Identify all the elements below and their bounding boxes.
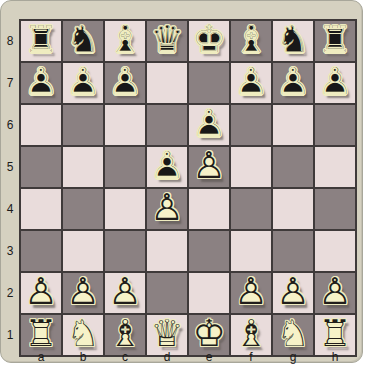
piece-line-glyph: ♘	[273, 314, 313, 354]
square-d7[interactable]	[147, 63, 187, 103]
piece-white-king-e1[interactable]: ♚♔	[189, 315, 229, 355]
chess-board: ♜♖♞♘♝♗♛♕♚♔♝♗♞♘♜♖♟♙♟♙♟♙♟♙♟♙♟♙♟♙♟♙♟♙♟♙♟♙♟♙…	[19, 19, 357, 357]
square-h2[interactable]: ♟♙	[315, 273, 355, 313]
file-label-f: f	[231, 350, 271, 364]
square-b3[interactable]	[63, 231, 103, 271]
piece-line-glyph: ♖	[21, 314, 61, 354]
square-h5[interactable]	[315, 147, 355, 187]
piece-white-pawn-b2[interactable]: ♟♙	[63, 273, 103, 313]
piece-line-glyph: ♕	[147, 314, 187, 354]
square-b6[interactable]	[63, 105, 103, 145]
rank-label-8: 8	[2, 21, 18, 61]
piece-white-rook-h1[interactable]: ♜♖	[315, 315, 355, 355]
rank-label-7: 7	[2, 63, 18, 103]
square-a1[interactable]: ♜♖	[21, 315, 61, 355]
square-g3[interactable]	[273, 231, 313, 271]
piece-black-rook-a8[interactable]: ♜♖	[21, 21, 61, 61]
piece-black-pawn-a7[interactable]: ♟♙	[21, 63, 61, 103]
piece-black-pawn-f7[interactable]: ♟♙	[231, 63, 271, 103]
square-d3[interactable]	[147, 231, 187, 271]
piece-white-pawn-d4[interactable]: ♟♙	[147, 189, 187, 229]
piece-black-pawn-h7[interactable]: ♟♙	[315, 63, 355, 103]
piece-line-glyph: ♙	[231, 62, 271, 102]
piece-white-knight-b1[interactable]: ♞♘	[63, 315, 103, 355]
piece-white-pawn-c2[interactable]: ♟♙	[105, 273, 145, 313]
piece-line-glyph: ♙	[147, 188, 187, 228]
square-d8[interactable]: ♛♕	[147, 21, 187, 61]
rank-label-4: 4	[2, 189, 18, 229]
square-b2[interactable]: ♟♙	[63, 273, 103, 313]
file-label-e: e	[189, 350, 229, 364]
square-e7[interactable]	[189, 63, 229, 103]
piece-black-pawn-e6[interactable]: ♟♙	[189, 105, 229, 145]
board-panel: 87654321 ♜♖♞♘♝♗♛♕♚♔♝♗♞♘♜♖♟♙♟♙♟♙♟♙♟♙♟♙♟♙♟…	[0, 0, 363, 363]
rank-label-5: 5	[2, 147, 18, 187]
file-label-b: b	[63, 350, 103, 364]
square-b1[interactable]: ♞♘	[63, 315, 103, 355]
square-e4[interactable]	[189, 189, 229, 229]
square-b5[interactable]	[63, 147, 103, 187]
file-label-c: c	[105, 350, 145, 364]
square-d1[interactable]: ♛♕	[147, 315, 187, 355]
square-a4[interactable]	[21, 189, 61, 229]
square-c5[interactable]	[105, 147, 145, 187]
square-c6[interactable]	[105, 105, 145, 145]
piece-line-glyph: ♔	[189, 20, 229, 60]
piece-line-glyph: ♙	[21, 272, 61, 312]
piece-black-king-e8[interactable]: ♚♔	[189, 21, 229, 61]
square-f7[interactable]: ♟♙	[231, 63, 271, 103]
piece-line-glyph: ♗	[231, 314, 271, 354]
piece-white-knight-g1[interactable]: ♞♘	[273, 315, 313, 355]
piece-white-pawn-e5[interactable]: ♟♙	[189, 147, 229, 187]
piece-line-glyph: ♙	[63, 62, 103, 102]
square-b4[interactable]	[63, 189, 103, 229]
square-h3[interactable]	[315, 231, 355, 271]
piece-white-pawn-h2[interactable]: ♟♙	[315, 273, 355, 313]
rank-labels: 87654321	[2, 21, 18, 357]
square-c4[interactable]	[105, 189, 145, 229]
square-c7[interactable]: ♟♙	[105, 63, 145, 103]
square-a3[interactable]	[21, 231, 61, 271]
square-b8[interactable]: ♞♘	[63, 21, 103, 61]
piece-line-glyph: ♘	[63, 20, 103, 60]
square-g4[interactable]	[273, 189, 313, 229]
square-e3[interactable]	[189, 231, 229, 271]
file-label-h: h	[315, 350, 355, 364]
square-f6[interactable]	[231, 105, 271, 145]
piece-line-glyph: ♙	[147, 146, 187, 186]
square-c1[interactable]: ♝♗	[105, 315, 145, 355]
square-f8[interactable]: ♝♗	[231, 21, 271, 61]
rank-label-3: 3	[2, 231, 18, 271]
square-a5[interactable]	[21, 147, 61, 187]
piece-line-glyph: ♗	[231, 20, 271, 60]
square-g1[interactable]: ♞♘	[273, 315, 313, 355]
piece-black-bishop-f8[interactable]: ♝♗	[231, 21, 271, 61]
square-f3[interactable]	[231, 231, 271, 271]
piece-black-bishop-c8[interactable]: ♝♗	[105, 21, 145, 61]
piece-line-glyph: ♖	[315, 20, 355, 60]
square-d5[interactable]: ♟♙	[147, 147, 187, 187]
square-a7[interactable]: ♟♙	[21, 63, 61, 103]
square-g8[interactable]: ♞♘	[273, 21, 313, 61]
square-h6[interactable]	[315, 105, 355, 145]
square-e2[interactable]	[189, 273, 229, 313]
square-a2[interactable]: ♟♙	[21, 273, 61, 313]
piece-line-glyph: ♙	[315, 272, 355, 312]
square-c8[interactable]: ♝♗	[105, 21, 145, 61]
piece-line-glyph: ♙	[21, 62, 61, 102]
piece-line-glyph: ♙	[189, 104, 229, 144]
piece-black-pawn-d5[interactable]: ♟♙	[147, 147, 187, 187]
square-e6[interactable]: ♟♙	[189, 105, 229, 145]
square-d6[interactable]	[147, 105, 187, 145]
piece-line-glyph: ♙	[105, 62, 145, 102]
file-label-a: a	[21, 350, 61, 364]
piece-black-pawn-g7[interactable]: ♟♙	[273, 63, 313, 103]
piece-white-bishop-c1[interactable]: ♝♗	[105, 315, 145, 355]
piece-line-glyph: ♘	[273, 20, 313, 60]
square-g7[interactable]: ♟♙	[273, 63, 313, 103]
piece-line-glyph: ♙	[63, 272, 103, 312]
square-h4[interactable]	[315, 189, 355, 229]
piece-line-glyph: ♙	[315, 62, 355, 102]
square-g6[interactable]	[273, 105, 313, 145]
square-e8[interactable]: ♚♔	[189, 21, 229, 61]
square-b7[interactable]: ♟♙	[63, 63, 103, 103]
piece-white-queen-d1[interactable]: ♛♕	[147, 315, 187, 355]
square-g5[interactable]	[273, 147, 313, 187]
square-f1[interactable]: ♝♗	[231, 315, 271, 355]
square-a8[interactable]: ♜♖	[21, 21, 61, 61]
piece-line-glyph: ♕	[147, 20, 187, 60]
piece-line-glyph: ♙	[105, 272, 145, 312]
square-e1[interactable]: ♚♔	[189, 315, 229, 355]
square-e5[interactable]: ♟♙	[189, 147, 229, 187]
square-h1[interactable]: ♜♖	[315, 315, 355, 355]
piece-line-glyph: ♖	[315, 314, 355, 354]
piece-white-bishop-f1[interactable]: ♝♗	[231, 315, 271, 355]
piece-white-pawn-f2[interactable]: ♟♙	[231, 273, 271, 313]
piece-black-queen-d8[interactable]: ♛♕	[147, 21, 187, 61]
piece-line-glyph: ♙	[189, 146, 229, 186]
rank-label-2: 2	[2, 273, 18, 313]
square-f4[interactable]	[231, 189, 271, 229]
square-h7[interactable]: ♟♙	[315, 63, 355, 103]
file-label-g: g	[273, 350, 313, 364]
square-g2[interactable]: ♟♙	[273, 273, 313, 313]
piece-line-glyph: ♗	[105, 20, 145, 60]
square-c2[interactable]: ♟♙	[105, 273, 145, 313]
piece-line-glyph: ♙	[231, 272, 271, 312]
rank-label-6: 6	[2, 105, 18, 145]
square-f2[interactable]: ♟♙	[231, 273, 271, 313]
piece-black-rook-h8[interactable]: ♜♖	[315, 21, 355, 61]
piece-black-pawn-c7[interactable]: ♟♙	[105, 63, 145, 103]
piece-line-glyph: ♗	[105, 314, 145, 354]
piece-line-glyph: ♖	[21, 20, 61, 60]
piece-white-pawn-g2[interactable]: ♟♙	[273, 273, 313, 313]
square-a6[interactable]	[21, 105, 61, 145]
piece-line-glyph: ♙	[273, 272, 313, 312]
piece-line-glyph: ♙	[273, 62, 313, 102]
piece-line-glyph: ♘	[63, 314, 103, 354]
file-label-d: d	[147, 350, 187, 364]
square-d2[interactable]	[147, 273, 187, 313]
piece-white-pawn-a2[interactable]: ♟♙	[21, 273, 61, 313]
rank-label-1: 1	[2, 315, 18, 355]
piece-black-knight-b8[interactable]: ♞♘	[63, 21, 103, 61]
square-d4[interactable]: ♟♙	[147, 189, 187, 229]
piece-line-glyph: ♔	[189, 314, 229, 354]
square-f5[interactable]	[231, 147, 271, 187]
piece-black-pawn-b7[interactable]: ♟♙	[63, 63, 103, 103]
square-c3[interactable]	[105, 231, 145, 271]
file-labels: abcdefgh	[21, 350, 357, 364]
piece-white-rook-a1[interactable]: ♜♖	[21, 315, 61, 355]
square-h8[interactable]: ♜♖	[315, 21, 355, 61]
piece-black-knight-g8[interactable]: ♞♘	[273, 21, 313, 61]
